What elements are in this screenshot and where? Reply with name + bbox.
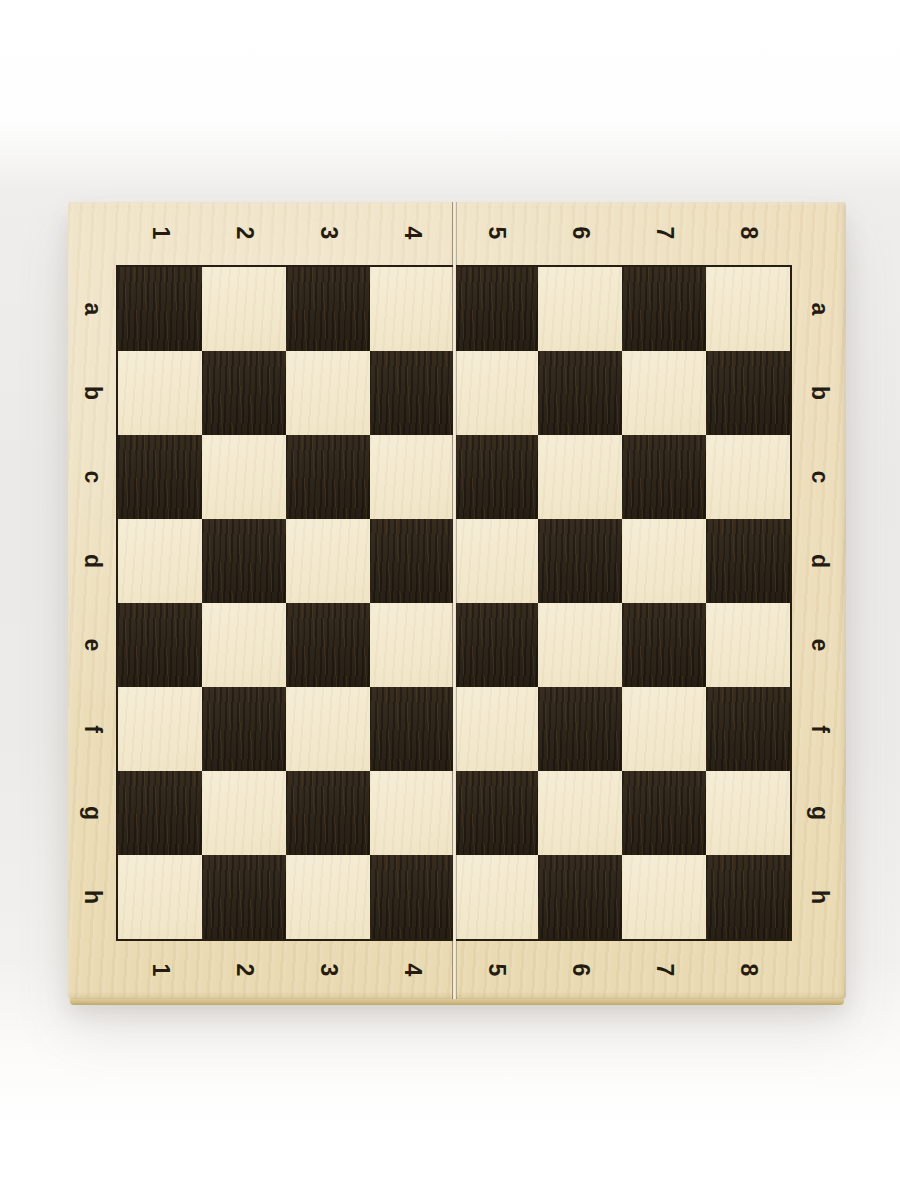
coord-top-4: 4 [401,227,424,240]
square-d3[interactable] [286,519,370,603]
square-a6[interactable] [538,267,622,351]
square-h2[interactable] [202,855,286,939]
coord-bottom-5: 5 [485,964,508,977]
coord-right-d: d [808,554,831,568]
coord-top-3: 3 [317,227,340,240]
square-b5[interactable] [454,351,538,435]
square-a2[interactable] [202,267,286,351]
product-photo: 1234567812345678abcdefghabcdefgh [0,0,900,1200]
square-c2[interactable] [202,435,286,519]
coord-top-1: 1 [149,227,172,240]
square-d6[interactable] [538,519,622,603]
coord-bottom-7: 7 [653,964,676,977]
coord-bottom-2: 2 [233,964,256,977]
square-f2[interactable] [202,687,286,771]
square-b6[interactable] [538,351,622,435]
coord-bottom-6: 6 [569,964,592,977]
square-c7[interactable] [622,435,706,519]
coord-right-c: c [808,471,831,484]
coord-left-f: f [81,725,104,733]
coord-top-6: 6 [569,227,592,240]
coord-bottom-1: 1 [149,964,172,977]
square-g5[interactable] [454,771,538,855]
square-b3[interactable] [286,351,370,435]
coord-bottom-3: 3 [317,964,340,977]
square-e7[interactable] [622,603,706,687]
coord-left-g: g [81,806,104,820]
square-h6[interactable] [538,855,622,939]
square-c1[interactable] [118,435,202,519]
square-f8[interactable] [706,687,790,771]
square-a4[interactable] [370,267,454,351]
square-g4[interactable] [370,771,454,855]
square-a3[interactable] [286,267,370,351]
chessboard: 1234567812345678abcdefghabcdefgh [68,202,846,999]
square-f7[interactable] [622,687,706,771]
square-e1[interactable] [118,603,202,687]
coord-right-a: a [808,303,831,316]
coord-top-8: 8 [737,227,760,240]
square-h7[interactable] [622,855,706,939]
coord-left-b: b [81,386,104,400]
square-d7[interactable] [622,519,706,603]
square-h3[interactable] [286,855,370,939]
board-bottom-edge [70,998,844,1005]
square-e2[interactable] [202,603,286,687]
square-f5[interactable] [454,687,538,771]
coord-left-h: h [81,890,104,904]
square-f1[interactable] [118,687,202,771]
square-e5[interactable] [454,603,538,687]
coord-left-d: d [81,554,104,568]
square-e4[interactable] [370,603,454,687]
square-b4[interactable] [370,351,454,435]
square-d8[interactable] [706,519,790,603]
square-f6[interactable] [538,687,622,771]
square-e8[interactable] [706,603,790,687]
square-g6[interactable] [538,771,622,855]
square-b1[interactable] [118,351,202,435]
square-b2[interactable] [202,351,286,435]
square-g8[interactable] [706,771,790,855]
square-a1[interactable] [118,267,202,351]
coord-left-e: e [81,639,104,652]
coord-left-a: a [81,303,104,316]
square-f3[interactable] [286,687,370,771]
square-g2[interactable] [202,771,286,855]
coord-right-e: e [808,639,831,652]
square-g3[interactable] [286,771,370,855]
coord-right-g: g [808,806,831,820]
coord-top-2: 2 [233,227,256,240]
square-d4[interactable] [370,519,454,603]
square-e3[interactable] [286,603,370,687]
coord-right-b: b [808,386,831,400]
square-a5[interactable] [454,267,538,351]
square-c4[interactable] [370,435,454,519]
square-d2[interactable] [202,519,286,603]
square-b8[interactable] [706,351,790,435]
square-d5[interactable] [454,519,538,603]
square-c3[interactable] [286,435,370,519]
square-h8[interactable] [706,855,790,939]
square-a7[interactable] [622,267,706,351]
coord-top-5: 5 [485,227,508,240]
square-e6[interactable] [538,603,622,687]
coord-bottom-4: 4 [401,964,424,977]
square-c6[interactable] [538,435,622,519]
coord-bottom-8: 8 [737,964,760,977]
square-f4[interactable] [370,687,454,771]
square-h4[interactable] [370,855,454,939]
coord-right-f: f [808,725,831,733]
square-g1[interactable] [118,771,202,855]
coord-left-c: c [81,471,104,484]
fold-seam-icon [452,202,457,999]
coord-right-h: h [808,890,831,904]
square-h1[interactable] [118,855,202,939]
coord-top-7: 7 [653,227,676,240]
square-h5[interactable] [454,855,538,939]
square-c5[interactable] [454,435,538,519]
square-c8[interactable] [706,435,790,519]
square-b7[interactable] [622,351,706,435]
square-d1[interactable] [118,519,202,603]
square-g7[interactable] [622,771,706,855]
square-a8[interactable] [706,267,790,351]
